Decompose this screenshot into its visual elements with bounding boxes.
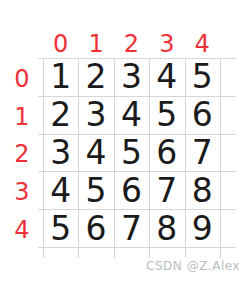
row-label-3: 3 xyxy=(6,173,38,211)
grid-line-vertical-2 xyxy=(114,58,115,258)
grid-cell-r1c0: 2 xyxy=(43,96,78,134)
row-label-2: 2 xyxy=(6,136,38,174)
grid-cell-r4c2: 7 xyxy=(114,209,149,247)
grid-cell-r0c3: 4 xyxy=(149,58,184,96)
column-label-1: 1 xyxy=(78,30,113,57)
row-label-0: 0 xyxy=(6,60,38,98)
grid-cell-r0c2: 3 xyxy=(114,58,149,96)
grid-cell-r2c0: 3 xyxy=(43,134,78,172)
grid-cell-r3c1: 5 xyxy=(78,171,113,209)
grid-line-vertical-0 xyxy=(43,58,44,258)
grid-cell-r4c0: 5 xyxy=(43,209,78,247)
grid-cell-r1c2: 4 xyxy=(114,96,149,134)
row-label-4: 4 xyxy=(6,211,38,249)
grid-cell-r0c0: 1 xyxy=(43,58,78,96)
grid-cell-r2c4: 7 xyxy=(185,134,220,172)
grid-cell-r1c1: 3 xyxy=(78,96,113,134)
number-grid: 1234523456345674567856789 xyxy=(43,58,220,247)
grid-cell-r4c4: 9 xyxy=(185,209,220,247)
column-label-0: 0 xyxy=(43,30,78,57)
grid-cell-r3c4: 8 xyxy=(185,171,220,209)
row-label-1: 1 xyxy=(6,98,38,136)
grid-line-vertical-4 xyxy=(185,58,186,258)
column-index-labels: 01234 xyxy=(43,30,220,57)
grid-cell-r2c1: 4 xyxy=(78,134,113,172)
column-label-3: 3 xyxy=(149,30,184,57)
column-label-4: 4 xyxy=(185,30,220,57)
grid-cell-r0c4: 5 xyxy=(185,58,220,96)
grid-line-vertical-3 xyxy=(149,58,150,258)
grid-cell-r4c1: 6 xyxy=(78,209,113,247)
grid-cell-r2c2: 5 xyxy=(114,134,149,172)
grid-line-vertical-5 xyxy=(220,58,221,258)
diagram-canvas: 01234 01234 1234523456345674567856789 CS… xyxy=(0,0,248,281)
grid-line-horizontal-5 xyxy=(38,247,236,248)
row-index-labels: 01234 xyxy=(6,60,38,249)
grid-line-horizontal-0 xyxy=(38,58,236,59)
column-label-2: 2 xyxy=(114,30,149,57)
grid-cell-r1c3: 5 xyxy=(149,96,184,134)
grid-line-vertical-1 xyxy=(78,58,79,258)
grid-line-horizontal-1 xyxy=(38,96,236,97)
grid-cell-r4c3: 8 xyxy=(149,209,184,247)
grid-cell-r3c3: 7 xyxy=(149,171,184,209)
grid-cell-r2c3: 6 xyxy=(149,134,184,172)
grid-cell-r1c4: 6 xyxy=(185,96,220,134)
grid-cell-r0c1: 2 xyxy=(78,58,113,96)
grid-cell-r3c0: 4 xyxy=(43,171,78,209)
grid-cell-r3c2: 6 xyxy=(114,171,149,209)
grid-line-horizontal-2 xyxy=(38,134,236,135)
grid-line-horizontal-4 xyxy=(38,209,236,210)
watermark-text: CSDN @Z.Alex xyxy=(146,259,240,273)
grid-line-horizontal-3 xyxy=(38,171,236,172)
